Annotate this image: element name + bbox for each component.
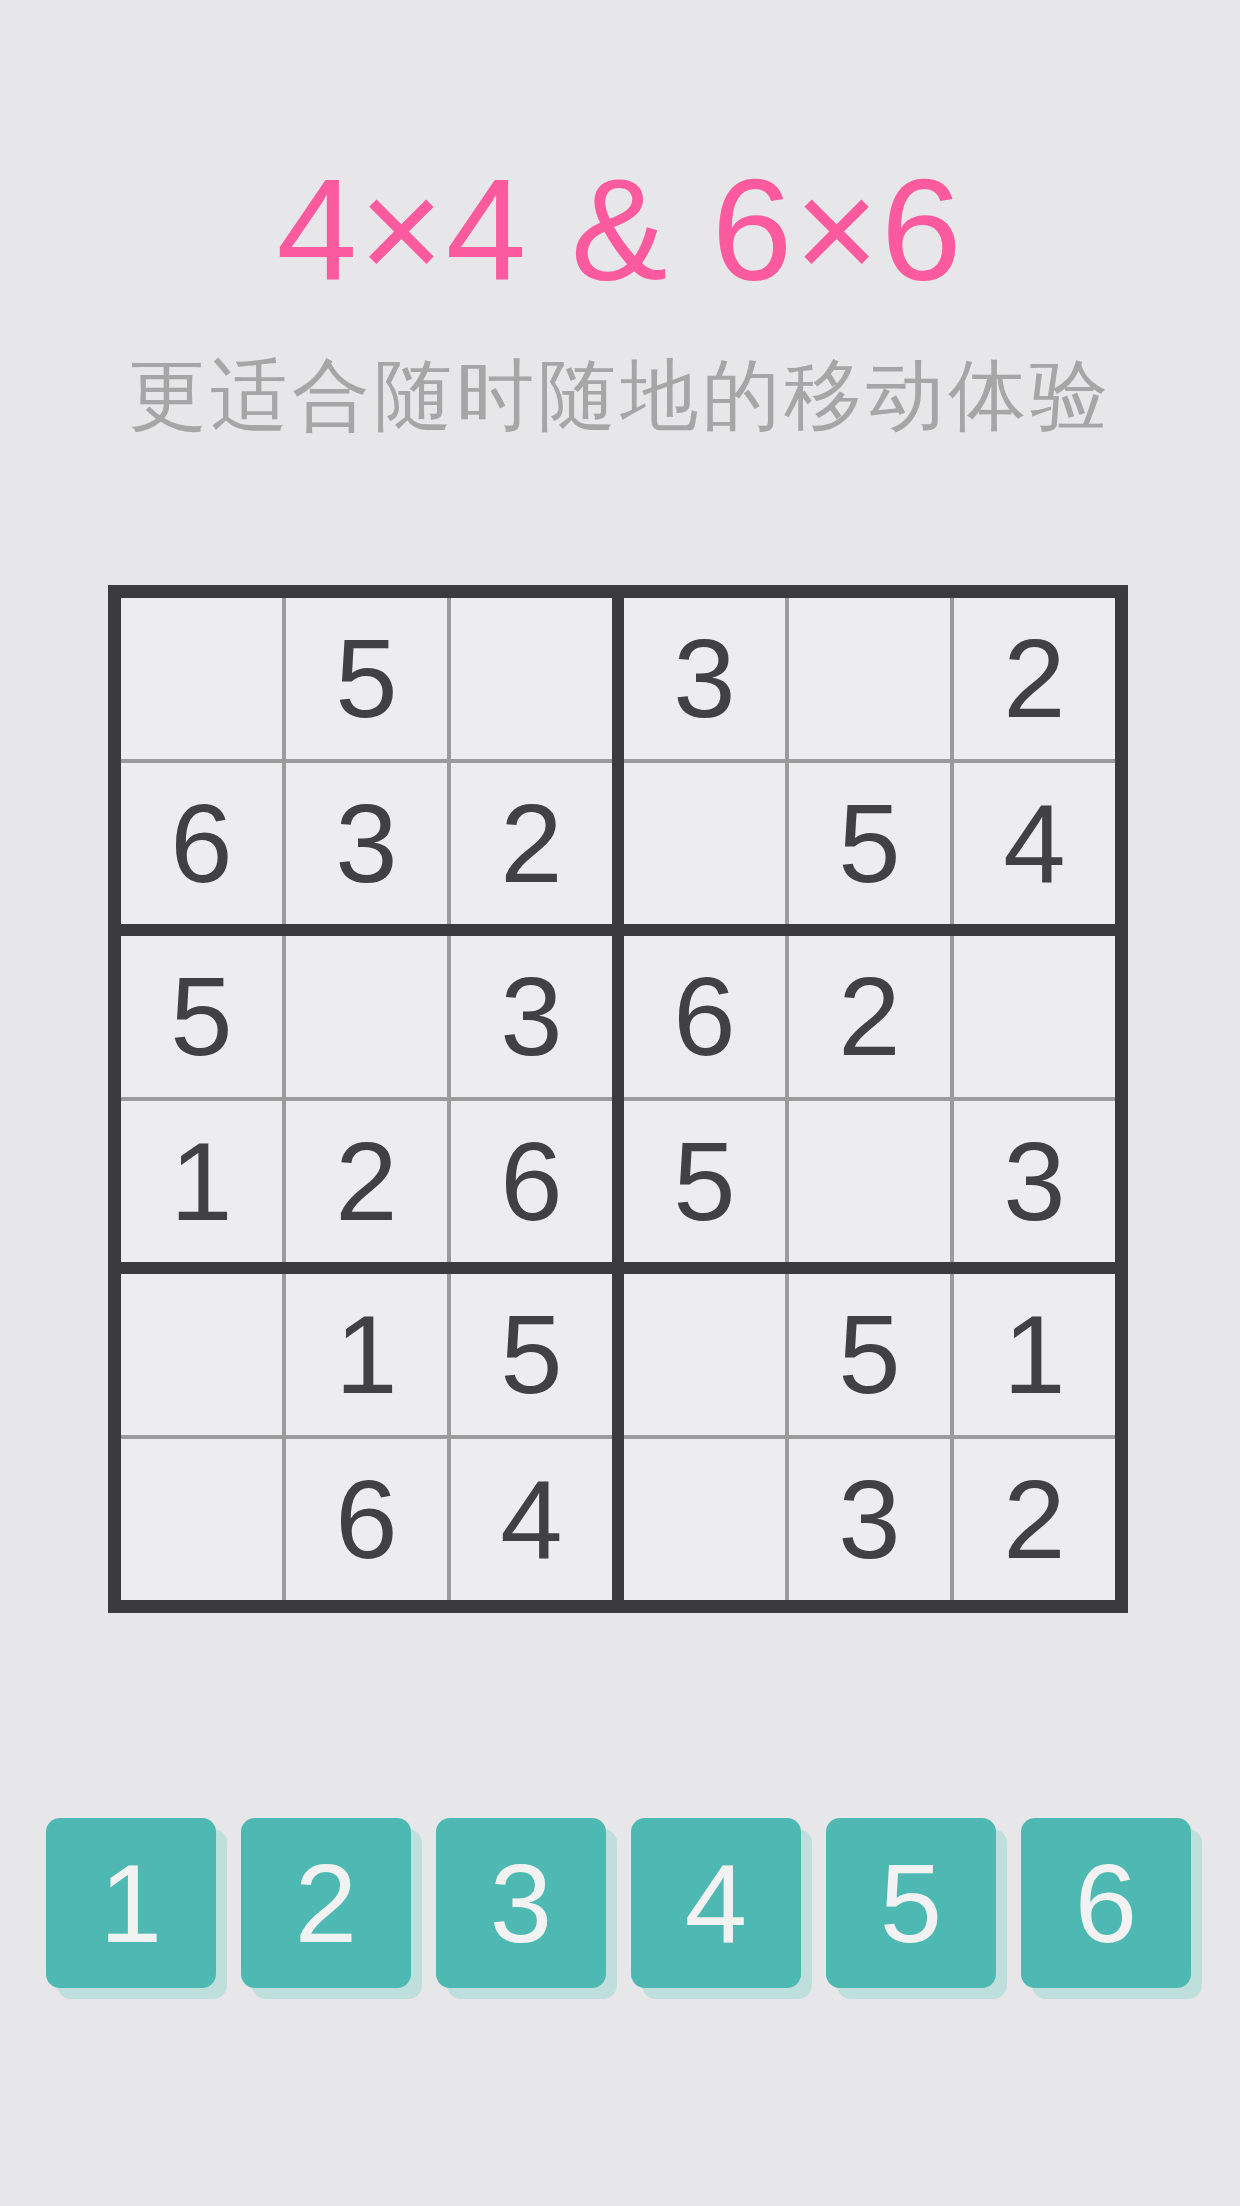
- page-title: 4×4 & 6×6: [0, 150, 1240, 310]
- sudoku-cell-r3c1[interactable]: 5: [121, 936, 282, 1097]
- sudoku-cell-r2c4[interactable]: [624, 763, 785, 924]
- sudoku-cell-r1c6[interactable]: 2: [954, 598, 1115, 759]
- sudoku-cell-r5c3[interactable]: 5: [451, 1274, 612, 1435]
- sudoku-cell-r1c3[interactable]: [451, 598, 612, 759]
- sudoku-cell-r5c4[interactable]: [624, 1274, 785, 1435]
- sudoku-cell-r2c6[interactable]: 4: [954, 763, 1115, 924]
- board-block-top-left: 5632: [121, 598, 612, 924]
- number-button-1[interactable]: 1: [46, 1818, 216, 1988]
- sudoku-cell-r2c1[interactable]: 6: [121, 763, 282, 924]
- board-block-middle-right: 6253: [624, 936, 1115, 1262]
- sudoku-cell-r4c3[interactable]: 6: [451, 1101, 612, 1262]
- sudoku-cell-r6c3[interactable]: 4: [451, 1439, 612, 1600]
- board-block-bottom-left: 1564: [121, 1274, 612, 1600]
- sudoku-cell-r3c4[interactable]: 6: [624, 936, 785, 1097]
- sudoku-cell-r6c5[interactable]: 3: [789, 1439, 950, 1600]
- sudoku-cell-r4c2[interactable]: 2: [286, 1101, 447, 1262]
- sudoku-cell-r3c2[interactable]: [286, 936, 447, 1097]
- number-button-6[interactable]: 6: [1021, 1818, 1191, 1988]
- number-button-2[interactable]: 2: [241, 1818, 411, 1988]
- number-pad: 1 2 3 4 5 6: [46, 1818, 1191, 1988]
- sudoku-cell-r3c6[interactable]: [954, 936, 1115, 1097]
- board-block-middle-left: 53126: [121, 936, 612, 1262]
- sudoku-cell-r1c2[interactable]: 5: [286, 598, 447, 759]
- sudoku-cell-r1c5[interactable]: [789, 598, 950, 759]
- sudoku-cell-r1c1[interactable]: [121, 598, 282, 759]
- sudoku-cell-r6c1[interactable]: [121, 1439, 282, 1600]
- number-button-3[interactable]: 3: [436, 1818, 606, 1988]
- sudoku-cell-r5c5[interactable]: 5: [789, 1274, 950, 1435]
- sudoku-cell-r4c4[interactable]: 5: [624, 1101, 785, 1262]
- sudoku-cell-r2c2[interactable]: 3: [286, 763, 447, 924]
- board-block-bottom-right: 5132: [624, 1274, 1115, 1600]
- sudoku-cell-r2c5[interactable]: 5: [789, 763, 950, 924]
- sudoku-cell-r2c3[interactable]: 2: [451, 763, 612, 924]
- page-subtitle: 更适合随时随地的移动体验: [0, 338, 1240, 453]
- board-block-top-right: 3254: [624, 598, 1115, 924]
- sudoku-cell-r3c3[interactable]: 3: [451, 936, 612, 1097]
- sudoku-cell-r6c2[interactable]: 6: [286, 1439, 447, 1600]
- sudoku-cell-r5c1[interactable]: [121, 1274, 282, 1435]
- sudoku-cell-r4c1[interactable]: 1: [121, 1101, 282, 1262]
- sudoku-cell-r4c6[interactable]: 3: [954, 1101, 1115, 1262]
- sudoku-cell-r3c5[interactable]: 2: [789, 936, 950, 1097]
- sudoku-cell-r4c5[interactable]: [789, 1101, 950, 1262]
- sudoku-cell-r6c4[interactable]: [624, 1439, 785, 1600]
- sudoku-board: 5632 3254 53126 6253 1564 5132: [108, 585, 1128, 1613]
- sudoku-cell-r6c6[interactable]: 2: [954, 1439, 1115, 1600]
- sudoku-cell-r5c2[interactable]: 1: [286, 1274, 447, 1435]
- sudoku-cell-r5c6[interactable]: 1: [954, 1274, 1115, 1435]
- number-button-4[interactable]: 4: [631, 1818, 801, 1988]
- sudoku-cell-r1c4[interactable]: 3: [624, 598, 785, 759]
- number-button-5[interactable]: 5: [826, 1818, 996, 1988]
